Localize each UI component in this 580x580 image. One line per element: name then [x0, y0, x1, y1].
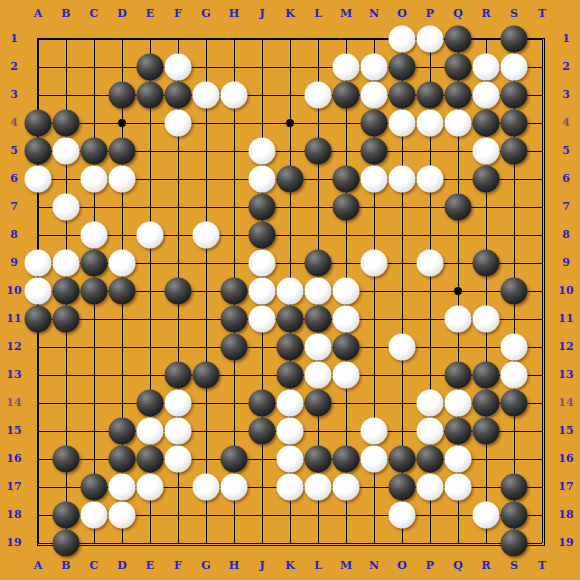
board-cell-R11[interactable] [472, 305, 500, 333]
board-cell-H13[interactable] [220, 361, 248, 389]
board-cell-O6[interactable] [388, 165, 416, 193]
white-stone-R18[interactable] [473, 502, 500, 529]
board-cell-T4[interactable] [528, 109, 556, 137]
board-cell-N9[interactable] [360, 249, 388, 277]
black-stone-M6[interactable] [333, 166, 360, 193]
board-cell-M4[interactable] [332, 109, 360, 137]
board-cell-M10[interactable] [332, 277, 360, 305]
board-cell-P19[interactable] [416, 529, 444, 557]
board-cell-R6[interactable] [472, 165, 500, 193]
board-cell-N14[interactable] [360, 389, 388, 417]
black-stone-L16[interactable] [305, 446, 332, 473]
white-stone-O6[interactable] [389, 166, 416, 193]
board-cell-C7[interactable] [80, 193, 108, 221]
board-cell-B16[interactable] [52, 445, 80, 473]
board-cell-F13[interactable] [164, 361, 192, 389]
board-cell-A11[interactable] [24, 305, 52, 333]
board-cell-K12[interactable] [276, 333, 304, 361]
board-cell-M15[interactable] [332, 417, 360, 445]
board-cell-C14[interactable] [80, 389, 108, 417]
black-stone-L14[interactable] [305, 390, 332, 417]
white-stone-P15[interactable] [417, 418, 444, 445]
board-cell-P1[interactable] [416, 25, 444, 53]
board-cell-G8[interactable] [192, 221, 220, 249]
black-stone-D3[interactable] [109, 82, 136, 109]
white-stone-M2[interactable] [333, 54, 360, 81]
black-stone-C5[interactable] [81, 138, 108, 165]
board-cell-S13[interactable] [500, 361, 528, 389]
board-cell-A5[interactable] [24, 137, 52, 165]
board-cell-T17[interactable] [528, 473, 556, 501]
white-stone-N15[interactable] [361, 418, 388, 445]
white-stone-R11[interactable] [473, 306, 500, 333]
board-cell-B18[interactable] [52, 501, 80, 529]
board-cell-L2[interactable] [304, 53, 332, 81]
board-cell-S14[interactable] [500, 389, 528, 417]
board-cell-A14[interactable] [24, 389, 52, 417]
board-cell-N4[interactable] [360, 109, 388, 137]
black-stone-R4[interactable] [473, 110, 500, 137]
board-cell-L19[interactable] [304, 529, 332, 557]
board-cell-N18[interactable] [360, 501, 388, 529]
board-cell-G5[interactable] [192, 137, 220, 165]
white-stone-H17[interactable] [221, 474, 248, 501]
black-stone-B18[interactable] [53, 502, 80, 529]
board-cell-G7[interactable] [192, 193, 220, 221]
board-cell-K3[interactable] [276, 81, 304, 109]
board-cell-J14[interactable] [248, 389, 276, 417]
board-cell-E15[interactable] [136, 417, 164, 445]
board-cell-E13[interactable] [136, 361, 164, 389]
white-stone-C6[interactable] [81, 166, 108, 193]
black-stone-S18[interactable] [501, 502, 528, 529]
black-stone-K13[interactable] [277, 362, 304, 389]
board-cell-J18[interactable] [248, 501, 276, 529]
board-cell-O11[interactable] [388, 305, 416, 333]
board-cell-Q14[interactable] [444, 389, 472, 417]
board-cell-C17[interactable] [80, 473, 108, 501]
black-stone-S3[interactable] [501, 82, 528, 109]
board-cell-A17[interactable] [24, 473, 52, 501]
board-cell-F17[interactable] [164, 473, 192, 501]
board-cell-B7[interactable] [52, 193, 80, 221]
white-stone-R3[interactable] [473, 82, 500, 109]
white-stone-M17[interactable] [333, 474, 360, 501]
board-cell-R2[interactable] [472, 53, 500, 81]
white-stone-P17[interactable] [417, 474, 444, 501]
black-stone-E2[interactable] [137, 54, 164, 81]
board-cell-B2[interactable] [52, 53, 80, 81]
board-cell-D4[interactable] [108, 109, 136, 137]
board-cell-A4[interactable] [24, 109, 52, 137]
white-stone-L3[interactable] [305, 82, 332, 109]
board-cell-F10[interactable] [164, 277, 192, 305]
board-cell-G2[interactable] [192, 53, 220, 81]
black-stone-P16[interactable] [417, 446, 444, 473]
board-cell-L3[interactable] [304, 81, 332, 109]
board-cell-F12[interactable] [164, 333, 192, 361]
black-stone-M3[interactable] [333, 82, 360, 109]
board-cell-E17[interactable] [136, 473, 164, 501]
board-cell-E19[interactable] [136, 529, 164, 557]
board-cell-J2[interactable] [248, 53, 276, 81]
board-cell-N12[interactable] [360, 333, 388, 361]
black-stone-R9[interactable] [473, 250, 500, 277]
board-cell-F14[interactable] [164, 389, 192, 417]
board-cell-Q15[interactable] [444, 417, 472, 445]
black-stone-B4[interactable] [53, 110, 80, 137]
black-stone-A5[interactable] [25, 138, 52, 165]
board-cell-D6[interactable] [108, 165, 136, 193]
board-cell-R8[interactable] [472, 221, 500, 249]
board-cell-J8[interactable] [248, 221, 276, 249]
board-cell-H5[interactable] [220, 137, 248, 165]
board-cell-E5[interactable] [136, 137, 164, 165]
board-cell-M12[interactable] [332, 333, 360, 361]
board-cell-Q17[interactable] [444, 473, 472, 501]
board-cell-R10[interactable] [472, 277, 500, 305]
board-cell-C15[interactable] [80, 417, 108, 445]
black-stone-K11[interactable] [277, 306, 304, 333]
board-cell-L8[interactable] [304, 221, 332, 249]
board-cell-R7[interactable] [472, 193, 500, 221]
board-cell-D2[interactable] [108, 53, 136, 81]
board-cell-B19[interactable] [52, 529, 80, 557]
board-cell-T6[interactable] [528, 165, 556, 193]
board-cell-B17[interactable] [52, 473, 80, 501]
white-stone-J5[interactable] [249, 138, 276, 165]
board-cell-H18[interactable] [220, 501, 248, 529]
board-cell-G17[interactable] [192, 473, 220, 501]
board-cell-T11[interactable] [528, 305, 556, 333]
board-cell-N2[interactable] [360, 53, 388, 81]
black-stone-H12[interactable] [221, 334, 248, 361]
black-stone-Q7[interactable] [445, 194, 472, 221]
board-cell-E16[interactable] [136, 445, 164, 473]
black-stone-R6[interactable] [473, 166, 500, 193]
board-cell-S7[interactable] [500, 193, 528, 221]
board-cell-B9[interactable] [52, 249, 80, 277]
board-cell-N11[interactable] [360, 305, 388, 333]
board-cell-Q3[interactable] [444, 81, 472, 109]
white-stone-C18[interactable] [81, 502, 108, 529]
black-stone-D16[interactable] [109, 446, 136, 473]
board-cell-H4[interactable] [220, 109, 248, 137]
board-cell-D8[interactable] [108, 221, 136, 249]
black-stone-S17[interactable] [501, 474, 528, 501]
board-cell-T15[interactable] [528, 417, 556, 445]
white-stone-J6[interactable] [249, 166, 276, 193]
board-cell-Q1[interactable] [444, 25, 472, 53]
white-stone-O12[interactable] [389, 334, 416, 361]
board-cell-G1[interactable] [192, 25, 220, 53]
board-cell-K5[interactable] [276, 137, 304, 165]
board-cell-H1[interactable] [220, 25, 248, 53]
board-cell-Q5[interactable] [444, 137, 472, 165]
board-cell-Q6[interactable] [444, 165, 472, 193]
white-stone-R2[interactable] [473, 54, 500, 81]
white-stone-M13[interactable] [333, 362, 360, 389]
white-stone-N3[interactable] [361, 82, 388, 109]
black-stone-O17[interactable] [389, 474, 416, 501]
board-cell-R3[interactable] [472, 81, 500, 109]
black-stone-R13[interactable] [473, 362, 500, 389]
board-cell-C5[interactable] [80, 137, 108, 165]
board-cell-S16[interactable] [500, 445, 528, 473]
board-cell-M16[interactable] [332, 445, 360, 473]
board-cell-Q2[interactable] [444, 53, 472, 81]
black-stone-K12[interactable] [277, 334, 304, 361]
board-cell-M8[interactable] [332, 221, 360, 249]
board-cell-E6[interactable] [136, 165, 164, 193]
board-cell-L13[interactable] [304, 361, 332, 389]
black-stone-L9[interactable] [305, 250, 332, 277]
white-stone-A10[interactable] [25, 278, 52, 305]
white-stone-L10[interactable] [305, 278, 332, 305]
board-cell-J6[interactable] [248, 165, 276, 193]
board-cell-D1[interactable] [108, 25, 136, 53]
board-cell-F11[interactable] [164, 305, 192, 333]
board-cell-C9[interactable] [80, 249, 108, 277]
board-cell-D3[interactable] [108, 81, 136, 109]
board-cell-T2[interactable] [528, 53, 556, 81]
board-cell-J12[interactable] [248, 333, 276, 361]
board-cell-K10[interactable] [276, 277, 304, 305]
board-cell-T14[interactable] [528, 389, 556, 417]
white-stone-B5[interactable] [53, 138, 80, 165]
white-stone-P1[interactable] [417, 26, 444, 53]
white-stone-K15[interactable] [277, 418, 304, 445]
board-cell-E12[interactable] [136, 333, 164, 361]
board-cell-S2[interactable] [500, 53, 528, 81]
white-stone-L12[interactable] [305, 334, 332, 361]
black-stone-F13[interactable] [165, 362, 192, 389]
board-cell-T13[interactable] [528, 361, 556, 389]
board-cell-Q19[interactable] [444, 529, 472, 557]
board-cell-F6[interactable] [164, 165, 192, 193]
board-cell-N19[interactable] [360, 529, 388, 557]
white-stone-L17[interactable] [305, 474, 332, 501]
board-cell-R13[interactable] [472, 361, 500, 389]
board-cell-C8[interactable] [80, 221, 108, 249]
board-cell-E18[interactable] [136, 501, 164, 529]
board-cell-P13[interactable] [416, 361, 444, 389]
board-cell-R14[interactable] [472, 389, 500, 417]
board-cell-K8[interactable] [276, 221, 304, 249]
board-cell-E7[interactable] [136, 193, 164, 221]
black-stone-H16[interactable] [221, 446, 248, 473]
board-cell-N17[interactable] [360, 473, 388, 501]
black-stone-S5[interactable] [501, 138, 528, 165]
white-stone-D17[interactable] [109, 474, 136, 501]
black-stone-R15[interactable] [473, 418, 500, 445]
board-cell-O14[interactable] [388, 389, 416, 417]
black-stone-N4[interactable] [361, 110, 388, 137]
board-cell-B14[interactable] [52, 389, 80, 417]
board-cell-P6[interactable] [416, 165, 444, 193]
white-stone-D18[interactable] [109, 502, 136, 529]
board-cell-G18[interactable] [192, 501, 220, 529]
board-cell-P11[interactable] [416, 305, 444, 333]
board-cell-T7[interactable] [528, 193, 556, 221]
black-stone-S19[interactable] [501, 530, 528, 557]
board-cell-A18[interactable] [24, 501, 52, 529]
board-cell-J11[interactable] [248, 305, 276, 333]
board-cell-P9[interactable] [416, 249, 444, 277]
board-cell-M9[interactable] [332, 249, 360, 277]
board-cell-K19[interactable] [276, 529, 304, 557]
board-cell-T8[interactable] [528, 221, 556, 249]
board-cell-L17[interactable] [304, 473, 332, 501]
board-cell-D13[interactable] [108, 361, 136, 389]
white-stone-D6[interactable] [109, 166, 136, 193]
black-stone-S1[interactable] [501, 26, 528, 53]
black-stone-B19[interactable] [53, 530, 80, 557]
board-cell-C18[interactable] [80, 501, 108, 529]
board-cell-E2[interactable] [136, 53, 164, 81]
board-cell-P17[interactable] [416, 473, 444, 501]
board-cell-G16[interactable] [192, 445, 220, 473]
white-stone-J11[interactable] [249, 306, 276, 333]
board-cell-D12[interactable] [108, 333, 136, 361]
white-stone-J10[interactable] [249, 278, 276, 305]
white-stone-P14[interactable] [417, 390, 444, 417]
board-cell-Q18[interactable] [444, 501, 472, 529]
board-cell-T12[interactable] [528, 333, 556, 361]
board-cell-K13[interactable] [276, 361, 304, 389]
board-cell-D11[interactable] [108, 305, 136, 333]
board-cell-S6[interactable] [500, 165, 528, 193]
white-stone-B7[interactable] [53, 194, 80, 221]
board-cell-J13[interactable] [248, 361, 276, 389]
board-cell-R16[interactable] [472, 445, 500, 473]
board-cell-B5[interactable] [52, 137, 80, 165]
board-cell-S1[interactable] [500, 25, 528, 53]
white-stone-Q17[interactable] [445, 474, 472, 501]
board-cell-O1[interactable] [388, 25, 416, 53]
board-cell-A12[interactable] [24, 333, 52, 361]
board-cell-H7[interactable] [220, 193, 248, 221]
board-cell-M17[interactable] [332, 473, 360, 501]
board-cell-S4[interactable] [500, 109, 528, 137]
black-stone-C10[interactable] [81, 278, 108, 305]
black-stone-C17[interactable] [81, 474, 108, 501]
black-stone-D10[interactable] [109, 278, 136, 305]
board-cell-H12[interactable] [220, 333, 248, 361]
board-cell-H6[interactable] [220, 165, 248, 193]
board-cell-K1[interactable] [276, 25, 304, 53]
white-stone-N16[interactable] [361, 446, 388, 473]
board-cell-F9[interactable] [164, 249, 192, 277]
board-cell-F18[interactable] [164, 501, 192, 529]
black-stone-H11[interactable] [221, 306, 248, 333]
board-cell-F3[interactable] [164, 81, 192, 109]
board-cell-O5[interactable] [388, 137, 416, 165]
board-cell-J3[interactable] [248, 81, 276, 109]
black-stone-O2[interactable] [389, 54, 416, 81]
board-cell-A19[interactable] [24, 529, 52, 557]
board-cell-L16[interactable] [304, 445, 332, 473]
board-cell-E14[interactable] [136, 389, 164, 417]
black-stone-F3[interactable] [165, 82, 192, 109]
board-cell-B10[interactable] [52, 277, 80, 305]
white-stone-N9[interactable] [361, 250, 388, 277]
white-stone-Q16[interactable] [445, 446, 472, 473]
board-cell-O7[interactable] [388, 193, 416, 221]
black-stone-F10[interactable] [165, 278, 192, 305]
board-cell-E10[interactable] [136, 277, 164, 305]
board-cell-G10[interactable] [192, 277, 220, 305]
board-cell-K17[interactable] [276, 473, 304, 501]
black-stone-D15[interactable] [109, 418, 136, 445]
black-stone-L11[interactable] [305, 306, 332, 333]
white-stone-G17[interactable] [193, 474, 220, 501]
white-stone-A9[interactable] [25, 250, 52, 277]
board-cell-C11[interactable] [80, 305, 108, 333]
black-stone-L5[interactable] [305, 138, 332, 165]
board-cell-S12[interactable] [500, 333, 528, 361]
white-stone-F14[interactable] [165, 390, 192, 417]
black-stone-B16[interactable] [53, 446, 80, 473]
board-cell-C4[interactable] [80, 109, 108, 137]
black-stone-D5[interactable] [109, 138, 136, 165]
black-stone-N5[interactable] [361, 138, 388, 165]
board-cell-D17[interactable] [108, 473, 136, 501]
board-cell-L4[interactable] [304, 109, 332, 137]
board-cell-E3[interactable] [136, 81, 164, 109]
board-cell-M2[interactable] [332, 53, 360, 81]
board-cell-H16[interactable] [220, 445, 248, 473]
board-cell-L7[interactable] [304, 193, 332, 221]
board-cell-L5[interactable] [304, 137, 332, 165]
board-cell-H14[interactable] [220, 389, 248, 417]
board-cell-O19[interactable] [388, 529, 416, 557]
board-cell-Q16[interactable] [444, 445, 472, 473]
board-cell-N7[interactable] [360, 193, 388, 221]
board-cell-L6[interactable] [304, 165, 332, 193]
board-cell-J16[interactable] [248, 445, 276, 473]
board-cell-A3[interactable] [24, 81, 52, 109]
white-stone-M10[interactable] [333, 278, 360, 305]
board-cell-C13[interactable] [80, 361, 108, 389]
board-cell-M3[interactable] [332, 81, 360, 109]
board-cell-M19[interactable] [332, 529, 360, 557]
board-cell-Q4[interactable] [444, 109, 472, 137]
board-cell-F8[interactable] [164, 221, 192, 249]
board-cell-S5[interactable] [500, 137, 528, 165]
board-cell-D14[interactable] [108, 389, 136, 417]
board-cell-H9[interactable] [220, 249, 248, 277]
board-cell-D18[interactable] [108, 501, 136, 529]
board-cell-S3[interactable] [500, 81, 528, 109]
board-cell-M6[interactable] [332, 165, 360, 193]
board-cell-O8[interactable] [388, 221, 416, 249]
board-cell-J7[interactable] [248, 193, 276, 221]
black-stone-O16[interactable] [389, 446, 416, 473]
black-stone-B11[interactable] [53, 306, 80, 333]
black-stone-A11[interactable] [25, 306, 52, 333]
board-cell-G19[interactable] [192, 529, 220, 557]
board-cell-M7[interactable] [332, 193, 360, 221]
board-cell-D15[interactable] [108, 417, 136, 445]
white-stone-O4[interactable] [389, 110, 416, 137]
board-cell-S15[interactable] [500, 417, 528, 445]
board-cell-G11[interactable] [192, 305, 220, 333]
white-stone-R5[interactable] [473, 138, 500, 165]
board-cell-T5[interactable] [528, 137, 556, 165]
board-cell-P15[interactable] [416, 417, 444, 445]
board-cell-A6[interactable] [24, 165, 52, 193]
